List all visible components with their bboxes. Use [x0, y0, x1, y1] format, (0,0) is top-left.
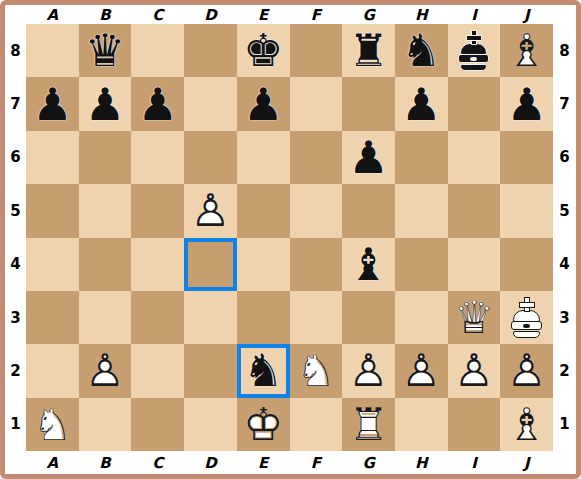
file-label-j: J — [500, 451, 553, 474]
file-label-e: E — [237, 451, 290, 474]
rank-label-6: 6 — [553, 131, 576, 184]
square-g5[interactable] — [342, 184, 395, 237]
square-a7[interactable]: ♟ — [26, 77, 79, 130]
square-c2[interactable] — [131, 344, 184, 397]
pawn-icon: ♙ — [348, 348, 388, 393]
bishop-icon: ♝ — [348, 242, 388, 287]
square-j2[interactable]: ♟♙ — [500, 344, 553, 397]
cross-icon — [466, 30, 482, 45]
piece-black-pawn-e7[interactable]: ♟ — [237, 77, 290, 130]
square-a5[interactable] — [26, 184, 79, 237]
square-f3[interactable] — [290, 291, 343, 344]
file-label-b: B — [79, 451, 132, 474]
pawn-icon: ♟ — [348, 135, 388, 180]
square-j5[interactable] — [500, 184, 553, 237]
piece-black-knight-e2[interactable]: ♞ — [237, 344, 290, 397]
square-d1[interactable] — [184, 398, 237, 451]
piece-white-knight-f2[interactable]: ♞♘ — [290, 344, 343, 397]
piece-white-pawn-i2[interactable]: ♟♙ — [448, 344, 501, 397]
piece-black-queen-b8[interactable]: ♛ — [79, 24, 132, 77]
square-c8[interactable] — [131, 24, 184, 77]
band-icon — [458, 54, 489, 63]
piece-black-knight-h8[interactable]: ♞ — [395, 24, 448, 77]
piece-black-pawn-g6[interactable]: ♟ — [342, 131, 395, 184]
file-label-c: C — [131, 5, 184, 24]
piece-black-pawn-b7[interactable]: ♟ — [79, 77, 132, 130]
rank-label-4: 4 — [5, 238, 26, 291]
file-label-e: E — [237, 5, 290, 24]
square-e3[interactable] — [237, 291, 290, 344]
chess-board: ♛♚♜♞♝♗♟♟♟♟♟♟♟♟♙♝♛♕♟♙♞♞♘♟♙♟♙♟♙♟♙♞♘♚♔♜♖♝♗ — [26, 24, 553, 451]
pawn-icon: ♟ — [506, 82, 546, 127]
piece-white-king-e1[interactable]: ♚♔ — [237, 398, 290, 451]
square-j8[interactable]: ♝♗ — [500, 24, 553, 77]
square-d8[interactable] — [184, 24, 237, 77]
square-e1[interactable]: ♚♔ — [237, 398, 290, 451]
piece-black-pawn-c7[interactable]: ♟ — [131, 77, 184, 130]
square-e8[interactable]: ♚ — [237, 24, 290, 77]
piece-white-bishop-j1[interactable]: ♝♗ — [500, 398, 553, 451]
piece-white-bishop-j8[interactable]: ♝♗ — [500, 24, 553, 77]
file-label-h: H — [395, 5, 448, 24]
square-h4[interactable] — [395, 238, 448, 291]
square-h7[interactable]: ♟ — [395, 77, 448, 130]
square-c1[interactable] — [131, 398, 184, 451]
square-b2[interactable]: ♟♙ — [79, 344, 132, 397]
square-h5[interactable] — [395, 184, 448, 237]
piece-white-knight-a1[interactable]: ♞♘ — [26, 398, 79, 451]
square-a4[interactable] — [26, 238, 79, 291]
square-e7[interactable]: ♟ — [237, 77, 290, 130]
file-label-g: G — [342, 451, 395, 474]
square-b8[interactable]: ♛ — [79, 24, 132, 77]
piece-white-pawn-g2[interactable]: ♟♙ — [342, 344, 395, 397]
square-j6[interactable] — [500, 131, 553, 184]
square-a2[interactable] — [26, 344, 79, 397]
square-d5[interactable]: ♟♙ — [184, 184, 237, 237]
piece-white-pawn-b2[interactable]: ♟♙ — [79, 344, 132, 397]
square-b7[interactable]: ♟ — [79, 77, 132, 130]
rank-labels-right: 87654321 — [553, 24, 576, 451]
square-h6[interactable] — [395, 131, 448, 184]
file-label-i: I — [448, 5, 501, 24]
file-label-f: F — [290, 5, 343, 24]
square-g3[interactable] — [342, 291, 395, 344]
knight-icon: ♘ — [32, 402, 72, 447]
square-a1[interactable]: ♞♘ — [26, 398, 79, 451]
file-label-j: J — [500, 5, 553, 24]
pawn-icon: ♙ — [401, 348, 441, 393]
square-h2[interactable]: ♟♙ — [395, 344, 448, 397]
square-i7[interactable] — [448, 77, 501, 130]
square-e6[interactable] — [237, 131, 290, 184]
feet-icon — [513, 331, 540, 338]
square-d6[interactable] — [184, 131, 237, 184]
square-i6[interactable] — [448, 131, 501, 184]
file-label-f: F — [290, 451, 343, 474]
bishop-icon: ♗ — [506, 402, 546, 447]
square-i2[interactable]: ♟♙ — [448, 344, 501, 397]
pawn-icon: ♟ — [138, 82, 178, 127]
square-g2[interactable]: ♟♙ — [342, 344, 395, 397]
rank-label-7: 7 — [553, 77, 576, 130]
square-j7[interactable]: ♟ — [500, 77, 553, 130]
piece-white-queen-i3[interactable]: ♛♕ — [448, 291, 501, 344]
pawn-icon: ♙ — [454, 348, 494, 393]
file-label-c: C — [131, 451, 184, 474]
knight-icon: ♞ — [243, 348, 283, 393]
game-window: ABCDEFGHIJ 87654321 87654321 ABCDEFGHIJ … — [0, 0, 581, 479]
square-g7[interactable] — [342, 77, 395, 130]
piece-white-rook-g1[interactable]: ♜♖ — [342, 398, 395, 451]
square-g1[interactable]: ♜♖ — [342, 398, 395, 451]
rank-labels-left: 87654321 — [5, 24, 26, 451]
rook-icon: ♜ — [348, 28, 388, 73]
square-d4[interactable] — [184, 238, 237, 291]
square-i8[interactable] — [448, 24, 501, 77]
rank-label-8: 8 — [5, 24, 26, 77]
square-h8[interactable]: ♞ — [395, 24, 448, 77]
rank-label-2: 2 — [553, 344, 576, 397]
square-f4[interactable] — [290, 238, 343, 291]
square-d2[interactable] — [184, 344, 237, 397]
queen-icon: ♛ — [85, 28, 125, 73]
square-f1[interactable] — [290, 398, 343, 451]
pawn-icon: ♟ — [32, 82, 72, 127]
file-labels-top: ABCDEFGHIJ — [26, 5, 553, 24]
rank-label-8: 8 — [553, 24, 576, 77]
pawn-icon: ♟ — [85, 82, 125, 127]
square-a8[interactable] — [26, 24, 79, 77]
file-label-d: D — [184, 5, 237, 24]
square-f7[interactable] — [290, 77, 343, 130]
cross-icon — [519, 297, 535, 312]
square-i1[interactable] — [448, 398, 501, 451]
square-e4[interactable] — [237, 238, 290, 291]
file-labels-bottom: ABCDEFGHIJ — [26, 451, 553, 474]
square-d3[interactable] — [184, 291, 237, 344]
pawn-icon: ♟ — [401, 82, 441, 127]
piece-black-pawn-a7[interactable]: ♟ — [26, 77, 79, 130]
file-label-h: H — [395, 451, 448, 474]
square-g4[interactable]: ♝ — [342, 238, 395, 291]
pawn-icon: ♙ — [85, 348, 125, 393]
rank-label-1: 1 — [5, 398, 26, 451]
piece-black-rook-g8[interactable]: ♜ — [342, 24, 395, 77]
pawn-icon: ♟ — [243, 82, 283, 127]
rank-label-5: 5 — [553, 184, 576, 237]
file-label-i: I — [448, 451, 501, 474]
piece-white-pawn-d5[interactable]: ♟♙ — [184, 184, 237, 237]
band-icon — [511, 321, 542, 330]
rank-label-4: 4 — [553, 238, 576, 291]
king-icon: ♚ — [243, 28, 283, 73]
square-f5[interactable] — [290, 184, 343, 237]
square-f8[interactable] — [290, 24, 343, 77]
piece-black-pawn-h7[interactable]: ♟ — [395, 77, 448, 130]
square-j4[interactable] — [500, 238, 553, 291]
rank-label-3: 3 — [553, 291, 576, 344]
rank-label-2: 2 — [5, 344, 26, 397]
square-g8[interactable]: ♜ — [342, 24, 395, 77]
bishop-icon: ♗ — [506, 28, 546, 73]
file-label-b: B — [79, 5, 132, 24]
square-c7[interactable]: ♟ — [131, 77, 184, 130]
square-e2[interactable]: ♞ — [237, 344, 290, 397]
square-c6[interactable] — [131, 131, 184, 184]
square-h3[interactable] — [395, 291, 448, 344]
square-b5[interactable] — [79, 184, 132, 237]
rank-label-3: 3 — [5, 291, 26, 344]
rank-label-1: 1 — [553, 398, 576, 451]
rank-label-7: 7 — [5, 77, 26, 130]
square-j1[interactable]: ♝♗ — [500, 398, 553, 451]
piece-black-king-e8[interactable]: ♚ — [237, 24, 290, 77]
square-i3[interactable]: ♛♕ — [448, 291, 501, 344]
square-g6[interactable]: ♟ — [342, 131, 395, 184]
square-a3[interactable] — [26, 291, 79, 344]
file-label-g: G — [342, 5, 395, 24]
file-label-d: D — [184, 451, 237, 474]
square-b3[interactable] — [79, 291, 132, 344]
piece-white-general-j3[interactable] — [500, 291, 553, 344]
piece-white-pawn-h2[interactable]: ♟♙ — [395, 344, 448, 397]
square-j3[interactable] — [500, 291, 553, 344]
square-c5[interactable] — [131, 184, 184, 237]
square-c4[interactable] — [131, 238, 184, 291]
square-b1[interactable] — [79, 398, 132, 451]
square-i4[interactable] — [448, 238, 501, 291]
feet-icon — [460, 64, 487, 71]
square-b4[interactable] — [79, 238, 132, 291]
square-e5[interactable] — [237, 184, 290, 237]
queen-icon: ♕ — [454, 295, 494, 340]
file-label-a: A — [26, 5, 79, 24]
square-h1[interactable] — [395, 398, 448, 451]
knight-icon: ♞ — [401, 28, 441, 73]
file-label-a: A — [26, 451, 79, 474]
square-c3[interactable] — [131, 291, 184, 344]
knight-icon: ♘ — [296, 348, 336, 393]
rook-icon: ♖ — [348, 402, 388, 447]
piece-black-pawn-j7[interactable]: ♟ — [500, 77, 553, 130]
piece-white-pawn-j2[interactable]: ♟♙ — [500, 344, 553, 397]
rank-label-5: 5 — [5, 184, 26, 237]
rank-label-6: 6 — [5, 131, 26, 184]
square-a6[interactable] — [26, 131, 79, 184]
pawn-icon: ♙ — [190, 188, 230, 233]
square-f6[interactable] — [290, 131, 343, 184]
square-d7[interactable] — [184, 77, 237, 130]
square-i5[interactable] — [448, 184, 501, 237]
piece-black-general-i8[interactable] — [448, 24, 501, 77]
square-b6[interactable] — [79, 131, 132, 184]
king-icon: ♔ — [243, 402, 283, 447]
square-f2[interactable]: ♞♘ — [290, 344, 343, 397]
piece-black-bishop-g4[interactable]: ♝ — [342, 238, 395, 291]
pawn-icon: ♙ — [506, 348, 546, 393]
